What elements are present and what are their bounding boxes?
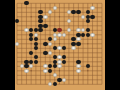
stone-white [90, 33, 94, 37]
stone-white [43, 15, 47, 19]
stone-black [43, 42, 47, 46]
stone-white [43, 64, 47, 68]
stone-black [86, 33, 90, 37]
stone-white [43, 69, 47, 73]
letterbox-background [0, 0, 120, 90]
stone-black [43, 24, 47, 28]
stone-black [90, 15, 94, 19]
stone-white [53, 6, 57, 10]
stone-black [34, 60, 38, 64]
stone-black [57, 78, 61, 82]
stone-white [24, 69, 28, 73]
board-grid [15, 0, 105, 90]
stone-black [76, 42, 80, 46]
stone-white [76, 69, 80, 73]
stone-white [57, 33, 61, 37]
go-board[interactable] [15, 0, 105, 90]
stone-black [43, 51, 47, 55]
stone-white [90, 6, 94, 10]
